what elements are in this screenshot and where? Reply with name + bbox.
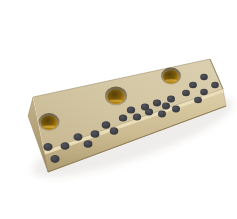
graphite-plug-4: [74, 133, 83, 141]
graphite-plug-11: [133, 113, 141, 120]
product-photo: [0, 0, 237, 219]
graphite-plug-1: [43, 143, 52, 151]
wear-plate-illustration: [0, 0, 237, 219]
graphite-plug-13: [145, 109, 153, 116]
graphite-plug-21: [194, 97, 202, 104]
graphite-plug-7: [102, 121, 111, 128]
hole-bottom-glint: [43, 125, 55, 128]
graphite-plug-14: [153, 100, 161, 107]
graphite-plug-2: [50, 155, 59, 163]
counterbore-hole-3: [161, 68, 181, 85]
graphite-plug-24: [211, 82, 219, 88]
graphite-plug-22: [200, 74, 208, 80]
graphite-plug-5: [84, 140, 93, 147]
hole-bottom-glint: [110, 99, 123, 102]
graphite-plug-8: [110, 127, 119, 134]
graphite-plug-17: [167, 96, 175, 103]
graphite-plug-16: [162, 103, 170, 110]
counterbore-hole-1: [39, 113, 60, 131]
counterbore-hole-2: [105, 87, 127, 106]
graphite-plug-6: [91, 130, 100, 137]
graphite-plug-15: [158, 111, 166, 118]
hole-bottom-glint: [165, 79, 177, 82]
graphite-plug-20: [189, 82, 197, 89]
graphite-plug-3: [61, 142, 70, 150]
graphite-plug-18: [172, 106, 180, 113]
graphite-plug-9: [119, 114, 127, 121]
graphite-plug-10: [127, 106, 135, 113]
graphite-plug-23: [200, 89, 208, 95]
graphite-plug-19: [182, 90, 190, 97]
